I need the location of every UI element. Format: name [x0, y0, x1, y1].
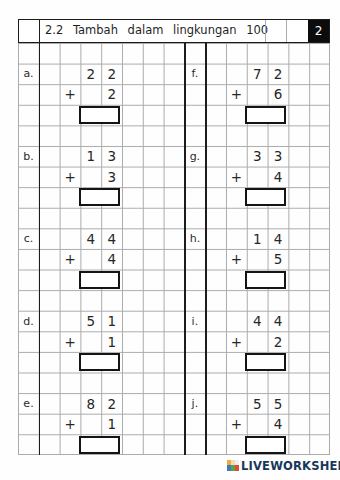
ones-digit: 2	[268, 64, 289, 85]
addend-digit: 2	[101, 84, 122, 105]
plus-sign: +	[60, 414, 81, 435]
answer-box[interactable]	[245, 436, 286, 454]
problem-d: d. 5 1 + 1	[18, 311, 144, 373]
header-grid-cell	[265, 20, 287, 42]
tens-digit: 4	[80, 229, 101, 250]
ones-digit: 2	[101, 64, 122, 85]
problem-label: c.	[18, 229, 39, 250]
liveworksheets-logo-icon	[227, 460, 239, 471]
answer-box[interactable]	[79, 106, 120, 124]
ones-digit: 5	[268, 394, 289, 415]
problem-e: e. 8 2 + 1	[18, 394, 144, 456]
liveworksheets-wordmark: LIVEWORKSHEETS	[241, 459, 340, 473]
problem-j: j. 5 5 + 4	[184, 394, 310, 456]
problem-g: g. 3 3 + 4	[184, 146, 310, 208]
problem-label: e.	[18, 394, 39, 415]
problem-label: g.	[184, 146, 205, 167]
answer-box[interactable]	[245, 353, 286, 371]
ones-digit: 4	[268, 229, 289, 250]
plus-sign: +	[60, 332, 81, 353]
answer-box[interactable]	[245, 271, 286, 289]
addend-digit: 4	[101, 249, 122, 270]
problem-label: h.	[184, 229, 205, 250]
ones-digit: 2	[101, 394, 122, 415]
answer-box[interactable]	[79, 436, 120, 454]
plus-sign: +	[60, 84, 81, 105]
answer-box[interactable]	[245, 106, 286, 124]
tens-digit: 7	[247, 64, 268, 85]
addend-digit: 1	[101, 332, 122, 353]
tens-digit: 2	[80, 64, 101, 85]
answer-box[interactable]	[79, 271, 120, 289]
addend-digit: 3	[101, 167, 122, 188]
answer-box[interactable]	[245, 188, 286, 206]
addend-digit: 4	[268, 167, 289, 188]
tens-digit: 4	[247, 311, 268, 332]
tens-digit: 5	[247, 394, 268, 415]
worksheet-page: 2.2 Tambah dalam lingkungan 100 2 a. 2 2…	[0, 0, 340, 480]
tens-digit: 5	[80, 311, 101, 332]
problem-label: d.	[18, 311, 39, 332]
tens-digit: 1	[247, 229, 268, 250]
problem-label: i.	[184, 311, 205, 332]
answer-box[interactable]	[79, 188, 120, 206]
problem-c: c. 4 4 + 4	[18, 229, 144, 291]
addend-digit: 6	[268, 84, 289, 105]
ones-digit: 4	[268, 311, 289, 332]
tens-digit: 3	[247, 146, 268, 167]
ones-digit: 3	[101, 146, 122, 167]
header-row: 2.2 Tambah dalam lingkungan 100 2	[18, 19, 330, 43]
problem-a: a. 2 2 + 2	[18, 64, 144, 126]
problem-i: i. 4 4 + 2	[184, 311, 310, 373]
plus-sign: +	[226, 249, 247, 270]
addend-digit: 4	[268, 414, 289, 435]
worksheet-title: 2.2 Tambah dalam lingkungan 100	[45, 20, 268, 41]
problem-label: f.	[184, 64, 205, 85]
ones-digit: 1	[101, 311, 122, 332]
addend-digit: 5	[268, 249, 289, 270]
plus-sign: +	[226, 332, 247, 353]
problem-b: b. 1 3 + 3	[18, 146, 144, 208]
plus-sign: +	[60, 167, 81, 188]
tens-digit: 1	[80, 146, 101, 167]
problem-h: h. 1 4 + 5	[184, 229, 310, 291]
answer-box[interactable]	[79, 353, 120, 371]
header-grid-cell	[286, 20, 308, 42]
problem-label: a.	[18, 64, 39, 85]
plus-sign: +	[226, 167, 247, 188]
ones-digit: 4	[101, 229, 122, 250]
page-number-badge: 2	[308, 20, 329, 42]
ones-digit: 3	[268, 146, 289, 167]
liveworksheets-logo[interactable]: LIVEWORKSHEETS	[227, 458, 340, 473]
problem-label: b.	[18, 146, 39, 167]
plus-sign: +	[60, 249, 81, 270]
addend-digit: 1	[101, 414, 122, 435]
plus-sign: +	[226, 84, 247, 105]
worksheet-grid: 2.2 Tambah dalam lingkungan 100 2 a. 2 2…	[18, 19, 331, 455]
tens-digit: 8	[80, 394, 101, 415]
problem-f: f. 7 2 + 6	[184, 64, 310, 126]
problem-label: j.	[184, 394, 205, 415]
plus-sign: +	[226, 414, 247, 435]
addend-digit: 2	[268, 332, 289, 353]
